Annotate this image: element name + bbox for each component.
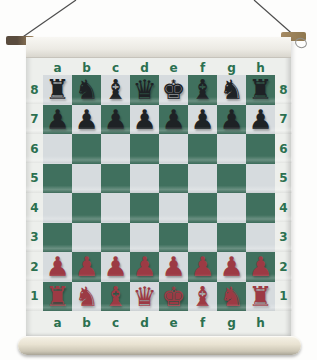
square-d3[interactable]: [130, 223, 159, 253]
square-h4[interactable]: [246, 193, 275, 223]
rank-labels-right: 87654321: [276, 75, 291, 311]
square-f2[interactable]: ♟: [188, 252, 217, 282]
rank-label-7: 7: [276, 105, 291, 135]
rank-label-6: 6: [276, 134, 291, 164]
black-king-e8[interactable]: ♚: [159, 75, 188, 105]
black-bishop-f8[interactable]: ♝: [188, 75, 217, 105]
square-h7[interactable]: ♟: [246, 105, 275, 135]
file-label-f: f: [188, 314, 217, 332]
square-e1[interactable]: ♚: [159, 282, 188, 312]
square-e5[interactable]: [159, 164, 188, 194]
black-knight-b8[interactable]: ♞: [72, 75, 101, 105]
square-a1[interactable]: ♜: [43, 282, 72, 312]
rank-label-6: 6: [27, 134, 42, 164]
square-a4[interactable]: [43, 193, 72, 223]
black-pawn-f7[interactable]: ♟: [188, 105, 217, 135]
file-label-e: e: [159, 314, 188, 332]
rank-label-1: 1: [276, 282, 291, 312]
square-a2[interactable]: ♟: [43, 252, 72, 282]
file-label-c: c: [101, 314, 130, 332]
rank-labels-left: 87654321: [27, 75, 42, 311]
square-d7[interactable]: ♟: [130, 105, 159, 135]
red-bishop-f1[interactable]: ♝: [188, 282, 217, 312]
black-pawn-g7[interactable]: ♟: [217, 105, 246, 135]
square-f3[interactable]: [188, 223, 217, 253]
square-e7[interactable]: ♟: [159, 105, 188, 135]
banner-top-hem: [26, 37, 291, 58]
square-e2[interactable]: ♟: [159, 252, 188, 282]
square-c8[interactable]: ♝: [101, 75, 130, 105]
red-bishop-c1[interactable]: ♝: [101, 282, 130, 312]
hanging-cord-left: [17, 0, 76, 41]
rank-label-8: 8: [27, 75, 42, 105]
square-g8[interactable]: ♞: [217, 75, 246, 105]
red-rook-h1[interactable]: ♜: [246, 282, 275, 312]
demo-chess-board-photo: abcdefgh 87654321 87654321 ♜♞♝♛♚♝♞♜♟♟♟♟♟…: [0, 0, 317, 360]
red-knight-g1[interactable]: ♞: [217, 282, 246, 312]
black-rook-h8[interactable]: ♜: [246, 75, 275, 105]
rank-label-1: 1: [27, 282, 42, 312]
black-rook-a8[interactable]: ♜: [43, 75, 72, 105]
red-rook-a1[interactable]: ♜: [43, 282, 72, 312]
square-f8[interactable]: ♝: [188, 75, 217, 105]
square-c4[interactable]: [101, 193, 130, 223]
rank-label-8: 8: [276, 75, 291, 105]
black-pawn-a7[interactable]: ♟: [43, 105, 72, 135]
square-g2[interactable]: ♟: [217, 252, 246, 282]
square-c5[interactable]: [101, 164, 130, 194]
file-label-b: b: [72, 314, 101, 332]
rank-label-2: 2: [276, 252, 291, 282]
rank-label-3: 3: [276, 223, 291, 253]
square-f6[interactable]: [188, 134, 217, 164]
red-pawn-c2[interactable]: ♟: [101, 252, 130, 282]
black-pawn-e7[interactable]: ♟: [159, 105, 188, 135]
square-e3[interactable]: [159, 223, 188, 253]
square-b7[interactable]: ♟: [72, 105, 101, 135]
file-label-h: h: [246, 314, 275, 332]
file-label-d: d: [130, 314, 159, 332]
square-c2[interactable]: ♟: [101, 252, 130, 282]
square-b5[interactable]: [72, 164, 101, 194]
square-h3[interactable]: [246, 223, 275, 253]
square-b4[interactable]: [72, 193, 101, 223]
square-d2[interactable]: ♟: [130, 252, 159, 282]
square-b1[interactable]: ♞: [72, 282, 101, 312]
hanging-hook-icon: [294, 36, 309, 50]
rank-label-2: 2: [27, 252, 42, 282]
red-king-e1[interactable]: ♚: [159, 282, 188, 312]
red-pawn-b2[interactable]: ♟: [72, 252, 101, 282]
square-g6[interactable]: [217, 134, 246, 164]
file-labels-bottom: abcdefgh: [43, 314, 275, 332]
square-h2[interactable]: ♟: [246, 252, 275, 282]
file-label-g: g: [217, 314, 246, 332]
square-g3[interactable]: [217, 223, 246, 253]
square-d5[interactable]: [130, 164, 159, 194]
red-queen-d1[interactable]: ♛: [130, 282, 159, 312]
red-knight-b1[interactable]: ♞: [72, 282, 101, 312]
square-c1[interactable]: ♝: [101, 282, 130, 312]
square-c7[interactable]: ♟: [101, 105, 130, 135]
square-d4[interactable]: [130, 193, 159, 223]
square-b8[interactable]: ♞: [72, 75, 101, 105]
chess-board: ♜♞♝♛♚♝♞♜♟♟♟♟♟♟♟♟♟♟♟♟♟♟♟♟♜♞♝♛♚♝♞♜: [43, 75, 275, 311]
red-pawn-g2[interactable]: ♟: [217, 252, 246, 282]
rank-label-4: 4: [27, 193, 42, 223]
square-c6[interactable]: [101, 134, 130, 164]
red-pawn-d2[interactable]: ♟: [130, 252, 159, 282]
black-queen-d8[interactable]: ♛: [130, 75, 159, 105]
file-label-a: a: [43, 314, 72, 332]
banner-bottom-roll: [18, 336, 301, 355]
square-h1[interactable]: ♜: [246, 282, 275, 312]
square-d1[interactable]: ♛: [130, 282, 159, 312]
black-pawn-b7[interactable]: ♟: [72, 105, 101, 135]
square-f7[interactable]: ♟: [188, 105, 217, 135]
black-pawn-d7[interactable]: ♟: [130, 105, 159, 135]
rank-label-5: 5: [276, 164, 291, 194]
square-b2[interactable]: ♟: [72, 252, 101, 282]
red-pawn-a2[interactable]: ♟: [43, 252, 72, 282]
square-h5[interactable]: [246, 164, 275, 194]
square-f5[interactable]: [188, 164, 217, 194]
square-a8[interactable]: ♜: [43, 75, 72, 105]
rank-label-7: 7: [27, 105, 42, 135]
square-g7[interactable]: ♟: [217, 105, 246, 135]
rank-label-5: 5: [27, 164, 42, 194]
rank-label-3: 3: [27, 223, 42, 253]
red-pawn-f2[interactable]: ♟: [188, 252, 217, 282]
square-d6[interactable]: [130, 134, 159, 164]
black-pawn-c7[interactable]: ♟: [101, 105, 130, 135]
square-f4[interactable]: [188, 193, 217, 223]
square-a5[interactable]: [43, 164, 72, 194]
square-h6[interactable]: [246, 134, 275, 164]
red-pawn-h2[interactable]: ♟: [246, 252, 275, 282]
vinyl-banner: abcdefgh 87654321 87654321 ♜♞♝♛♚♝♞♜♟♟♟♟♟…: [26, 37, 291, 336]
square-a3[interactable]: [43, 223, 72, 253]
square-g5[interactable]: [217, 164, 246, 194]
black-bishop-c8[interactable]: ♝: [101, 75, 130, 105]
square-h8[interactable]: ♜: [246, 75, 275, 105]
square-b3[interactable]: [72, 223, 101, 253]
red-pawn-e2[interactable]: ♟: [159, 252, 188, 282]
black-pawn-h7[interactable]: ♟: [246, 105, 275, 135]
square-g4[interactable]: [217, 193, 246, 223]
square-e6[interactable]: [159, 134, 188, 164]
square-b6[interactable]: [72, 134, 101, 164]
square-d8[interactable]: ♛: [130, 75, 159, 105]
square-c3[interactable]: [101, 223, 130, 253]
square-f1[interactable]: ♝: [188, 282, 217, 312]
black-knight-g8[interactable]: ♞: [217, 75, 246, 105]
square-e8[interactable]: ♚: [159, 75, 188, 105]
square-a7[interactable]: ♟: [43, 105, 72, 135]
square-a6[interactable]: [43, 134, 72, 164]
square-g1[interactable]: ♞: [217, 282, 246, 312]
rank-label-4: 4: [276, 193, 291, 223]
square-e4[interactable]: [159, 193, 188, 223]
